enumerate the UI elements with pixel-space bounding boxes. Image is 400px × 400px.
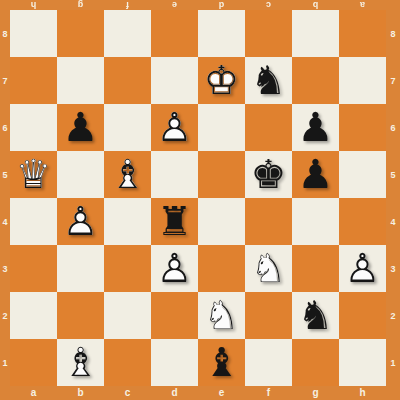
square-b6[interactable]: ♟: [57, 104, 104, 151]
white-pawn[interactable]: ♟♙: [57, 198, 104, 245]
square-a4[interactable]: [10, 198, 57, 245]
square-b4[interactable]: ♟♙: [57, 198, 104, 245]
black-bishop[interactable]: ♝: [198, 339, 245, 386]
black-knight[interactable]: ♞: [245, 57, 292, 104]
square-f3[interactable]: ♞♘: [245, 245, 292, 292]
black-king[interactable]: ♚: [245, 151, 292, 198]
square-f7[interactable]: ♞: [245, 57, 292, 104]
rank-label-right-5: 5: [386, 151, 400, 198]
square-e8[interactable]: [198, 10, 245, 57]
white-pawn-outline: ♙: [151, 104, 198, 151]
square-b5[interactable]: [57, 151, 104, 198]
white-bishop-outline: ♗: [57, 339, 104, 386]
square-d5[interactable]: [151, 151, 198, 198]
square-g5[interactable]: ♟: [292, 151, 339, 198]
square-b1[interactable]: ♝♗: [57, 339, 104, 386]
rank-label-right-3: 3: [386, 245, 400, 292]
black-knight-glyph: ♞: [245, 57, 292, 104]
square-h3[interactable]: ♟♙: [339, 245, 386, 292]
white-pawn[interactable]: ♟♙: [151, 104, 198, 151]
rank-label-left-1: 1: [0, 339, 10, 386]
black-bishop-glyph: ♝: [198, 339, 245, 386]
square-b2[interactable]: [57, 292, 104, 339]
square-e5[interactable]: [198, 151, 245, 198]
rank-label-left-7: 7: [0, 57, 10, 104]
square-g1[interactable]: [292, 339, 339, 386]
square-d1[interactable]: [151, 339, 198, 386]
file-labels-bottom: abcdefgh: [10, 385, 386, 400]
black-knight-glyph: ♞: [292, 292, 339, 339]
file-label-d: d: [151, 385, 198, 400]
black-rook[interactable]: ♜: [151, 198, 198, 245]
square-a8[interactable]: [10, 10, 57, 57]
white-pawn[interactable]: ♟♙: [339, 245, 386, 292]
white-king[interactable]: ♚♔: [198, 57, 245, 104]
file-label-f: f: [245, 385, 292, 400]
square-f1[interactable]: [245, 339, 292, 386]
square-a7[interactable]: [10, 57, 57, 104]
square-g4[interactable]: [292, 198, 339, 245]
rank-labels-left: 87654321: [0, 10, 10, 386]
square-c4[interactable]: [104, 198, 151, 245]
square-e4[interactable]: [198, 198, 245, 245]
square-f2[interactable]: [245, 292, 292, 339]
square-d8[interactable]: [151, 10, 198, 57]
file-label-a: a: [10, 385, 57, 400]
rank-label-left-5: 5: [0, 151, 10, 198]
square-c7[interactable]: [104, 57, 151, 104]
file-label-top-f: f: [104, 0, 151, 10]
rank-label-right-2: 2: [386, 292, 400, 339]
square-e7[interactable]: ♚♔: [198, 57, 245, 104]
file-label-h: h: [339, 385, 386, 400]
square-d6[interactable]: ♟♙: [151, 104, 198, 151]
file-label-top-a: a: [339, 0, 386, 10]
rank-label-right-6: 6: [386, 104, 400, 151]
white-knight[interactable]: ♞♘: [198, 292, 245, 339]
square-h6[interactable]: [339, 104, 386, 151]
square-e3[interactable]: [198, 245, 245, 292]
square-g3[interactable]: [292, 245, 339, 292]
file-label-top-g: g: [57, 0, 104, 10]
file-label-e: e: [198, 385, 245, 400]
white-pawn-outline: ♙: [339, 245, 386, 292]
black-knight[interactable]: ♞: [292, 292, 339, 339]
file-label-b: b: [57, 385, 104, 400]
square-a3[interactable]: [10, 245, 57, 292]
black-pawn-glyph: ♟: [57, 104, 104, 151]
square-d2[interactable]: [151, 292, 198, 339]
square-e1[interactable]: ♝: [198, 339, 245, 386]
white-queen-outline: ♕: [10, 151, 57, 198]
black-pawn[interactable]: ♟: [292, 104, 339, 151]
square-f4[interactable]: [245, 198, 292, 245]
square-c1[interactable]: [104, 339, 151, 386]
file-label-c: c: [104, 385, 151, 400]
square-h2[interactable]: [339, 292, 386, 339]
square-e2[interactable]: ♞♘: [198, 292, 245, 339]
square-h7[interactable]: [339, 57, 386, 104]
white-pawn[interactable]: ♟♙: [151, 245, 198, 292]
white-knight-outline: ♘: [245, 245, 292, 292]
white-bishop-outline: ♗: [104, 151, 151, 198]
square-e6[interactable]: [198, 104, 245, 151]
chess-board: ♚♔♞♟♟♙♟♛♕♝♗♚♟♟♙♜♟♙♞♘♟♙♞♘♞♝♗♝: [10, 10, 386, 386]
rank-label-left-3: 3: [0, 245, 10, 292]
white-knight[interactable]: ♞♘: [245, 245, 292, 292]
black-pawn[interactable]: ♟: [57, 104, 104, 151]
file-label-top-h: h: [10, 0, 57, 10]
rank-label-right-7: 7: [386, 57, 400, 104]
square-g2[interactable]: ♞: [292, 292, 339, 339]
black-king-glyph: ♚: [245, 151, 292, 198]
rank-label-right-1: 1: [386, 339, 400, 386]
square-d4[interactable]: ♜: [151, 198, 198, 245]
white-pawn-outline: ♙: [151, 245, 198, 292]
file-label-top-b: b: [292, 0, 339, 10]
square-c5[interactable]: ♝♗: [104, 151, 151, 198]
rank-label-right-4: 4: [386, 198, 400, 245]
square-c8[interactable]: [104, 10, 151, 57]
rank-label-left-8: 8: [0, 10, 10, 57]
white-pawn-outline: ♙: [57, 198, 104, 245]
square-b8[interactable]: [57, 10, 104, 57]
white-bishop[interactable]: ♝♗: [104, 151, 151, 198]
black-rook-glyph: ♜: [151, 198, 198, 245]
rank-label-left-2: 2: [0, 292, 10, 339]
square-h8[interactable]: [339, 10, 386, 57]
square-a1[interactable]: [10, 339, 57, 386]
file-label-top-e: e: [151, 0, 198, 10]
square-b3[interactable]: [57, 245, 104, 292]
square-f5[interactable]: ♚: [245, 151, 292, 198]
file-labels-top: hgfedcba: [10, 0, 386, 10]
square-g8[interactable]: [292, 10, 339, 57]
white-king-outline: ♔: [198, 57, 245, 104]
square-b7[interactable]: [57, 57, 104, 104]
square-f8[interactable]: [245, 10, 292, 57]
rank-label-right-8: 8: [386, 10, 400, 57]
black-pawn-glyph: ♟: [292, 104, 339, 151]
square-g7[interactable]: [292, 57, 339, 104]
square-c3[interactable]: [104, 245, 151, 292]
square-a2[interactable]: [10, 292, 57, 339]
file-label-g: g: [292, 385, 339, 400]
rank-labels-right: 87654321: [386, 10, 400, 386]
square-h1[interactable]: [339, 339, 386, 386]
square-h4[interactable]: [339, 198, 386, 245]
square-f6[interactable]: [245, 104, 292, 151]
rank-label-left-6: 6: [0, 104, 10, 151]
square-h5[interactable]: [339, 151, 386, 198]
black-pawn-glyph: ♟: [292, 151, 339, 198]
white-knight-outline: ♘: [198, 292, 245, 339]
square-c6[interactable]: [104, 104, 151, 151]
white-queen[interactable]: ♛♕: [10, 151, 57, 198]
square-a6[interactable]: [10, 104, 57, 151]
file-label-top-c: c: [245, 0, 292, 10]
square-c2[interactable]: [104, 292, 151, 339]
square-d3[interactable]: ♟♙: [151, 245, 198, 292]
rank-label-left-4: 4: [0, 198, 10, 245]
chess-diagram: hgfedcba abcdefgh 87654321 87654321 ♚♔♞♟…: [0, 0, 400, 400]
file-label-top-d: d: [198, 0, 245, 10]
white-bishop[interactable]: ♝♗: [57, 339, 104, 386]
square-d7[interactable]: [151, 57, 198, 104]
square-g6[interactable]: ♟: [292, 104, 339, 151]
square-a5[interactable]: ♛♕: [10, 151, 57, 198]
black-pawn[interactable]: ♟: [292, 151, 339, 198]
